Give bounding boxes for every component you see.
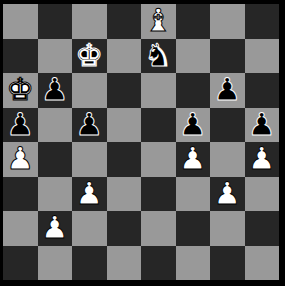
square-d7[interactable] <box>107 39 142 74</box>
square-c4[interactable] <box>72 142 107 177</box>
square-e1[interactable] <box>141 246 176 281</box>
square-e2[interactable] <box>141 211 176 246</box>
square-g4[interactable] <box>210 142 245 177</box>
square-e5[interactable] <box>141 108 176 143</box>
piece-white-pawn[interactable]: ♟ <box>41 211 69 245</box>
square-d4[interactable] <box>107 142 142 177</box>
piece-white-bishop[interactable]: ♝ <box>144 4 172 38</box>
square-f5[interactable]: ♟ <box>176 108 211 143</box>
square-h7[interactable] <box>245 39 280 74</box>
square-f6[interactable] <box>176 73 211 108</box>
square-a2[interactable] <box>3 211 38 246</box>
piece-white-pawn[interactable]: ♟ <box>6 142 34 176</box>
square-h1[interactable] <box>245 246 280 281</box>
square-a1[interactable] <box>3 246 38 281</box>
square-a6[interactable]: ♚ <box>3 73 38 108</box>
square-d3[interactable] <box>107 177 142 212</box>
square-b6[interactable]: ♟ <box>38 73 73 108</box>
square-c5[interactable]: ♟ <box>72 108 107 143</box>
square-e4[interactable] <box>141 142 176 177</box>
square-f8[interactable] <box>176 4 211 39</box>
square-c6[interactable] <box>72 73 107 108</box>
square-c7[interactable]: ♚ <box>72 39 107 74</box>
piece-black-pawn[interactable]: ♟ <box>75 108 103 142</box>
piece-white-pawn[interactable]: ♟ <box>75 177 103 211</box>
square-g6[interactable]: ♟ <box>210 73 245 108</box>
piece-black-pawn[interactable]: ♟ <box>6 108 34 142</box>
square-g2[interactable] <box>210 211 245 246</box>
square-b1[interactable] <box>38 246 73 281</box>
square-d6[interactable] <box>107 73 142 108</box>
square-f3[interactable] <box>176 177 211 212</box>
square-h4[interactable]: ♟ <box>245 142 280 177</box>
piece-black-king[interactable]: ♚ <box>75 39 103 73</box>
square-h6[interactable] <box>245 73 280 108</box>
board-frame: ♝♚♞♚♟♟♟♟♟♟♟♟♟♟♟♟ <box>0 0 285 286</box>
piece-black-knight[interactable]: ♞ <box>144 39 172 73</box>
square-e6[interactable] <box>141 73 176 108</box>
square-e7[interactable]: ♞ <box>141 39 176 74</box>
square-f1[interactable] <box>176 246 211 281</box>
square-d2[interactable] <box>107 211 142 246</box>
square-b4[interactable] <box>38 142 73 177</box>
square-f4[interactable]: ♟ <box>176 142 211 177</box>
square-h2[interactable] <box>245 211 280 246</box>
square-d1[interactable] <box>107 246 142 281</box>
square-a5[interactable]: ♟ <box>3 108 38 143</box>
square-f7[interactable] <box>176 39 211 74</box>
piece-white-pawn[interactable]: ♟ <box>179 142 207 176</box>
square-e3[interactable] <box>141 177 176 212</box>
square-f2[interactable] <box>176 211 211 246</box>
square-a4[interactable]: ♟ <box>3 142 38 177</box>
square-e8[interactable]: ♝ <box>141 4 176 39</box>
piece-black-pawn[interactable]: ♟ <box>248 108 276 142</box>
square-h3[interactable] <box>245 177 280 212</box>
square-g1[interactable] <box>210 246 245 281</box>
chess-board: ♝♚♞♚♟♟♟♟♟♟♟♟♟♟♟♟ <box>3 4 279 280</box>
square-d5[interactable] <box>107 108 142 143</box>
square-g7[interactable] <box>210 39 245 74</box>
piece-black-pawn[interactable]: ♟ <box>179 108 207 142</box>
square-a3[interactable] <box>3 177 38 212</box>
square-c2[interactable] <box>72 211 107 246</box>
piece-white-king[interactable]: ♚ <box>6 73 34 107</box>
piece-black-pawn[interactable]: ♟ <box>41 73 69 107</box>
square-g5[interactable] <box>210 108 245 143</box>
square-g3[interactable]: ♟ <box>210 177 245 212</box>
piece-white-pawn[interactable]: ♟ <box>213 177 241 211</box>
square-b7[interactable] <box>38 39 73 74</box>
square-c3[interactable]: ♟ <box>72 177 107 212</box>
piece-black-pawn[interactable]: ♟ <box>213 73 241 107</box>
square-b2[interactable]: ♟ <box>38 211 73 246</box>
square-h8[interactable] <box>245 4 280 39</box>
square-d8[interactable] <box>107 4 142 39</box>
square-g8[interactable] <box>210 4 245 39</box>
square-a7[interactable] <box>3 39 38 74</box>
square-b3[interactable] <box>38 177 73 212</box>
square-c8[interactable] <box>72 4 107 39</box>
piece-white-pawn[interactable]: ♟ <box>248 142 276 176</box>
square-b5[interactable] <box>38 108 73 143</box>
square-c1[interactable] <box>72 246 107 281</box>
square-b8[interactable] <box>38 4 73 39</box>
square-h5[interactable]: ♟ <box>245 108 280 143</box>
square-a8[interactable] <box>3 4 38 39</box>
